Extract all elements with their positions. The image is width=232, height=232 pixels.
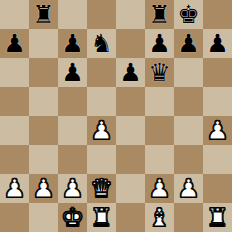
square-e7[interactable] bbox=[116, 29, 145, 58]
white-pawn[interactable]: ♟ bbox=[90, 116, 112, 145]
square-e5[interactable] bbox=[116, 87, 145, 116]
square-e8[interactable] bbox=[116, 0, 145, 29]
square-h1[interactable]: ♜ bbox=[203, 203, 232, 232]
square-d3[interactable] bbox=[87, 145, 116, 174]
square-g2[interactable]: ♟ bbox=[174, 174, 203, 203]
square-d5[interactable] bbox=[87, 87, 116, 116]
square-f3[interactable] bbox=[145, 145, 174, 174]
black-pawn[interactable]: ♟ bbox=[61, 29, 83, 58]
black-pawn[interactable]: ♟ bbox=[177, 29, 199, 58]
square-d4[interactable]: ♟ bbox=[87, 116, 116, 145]
square-c1[interactable]: ♚ bbox=[58, 203, 87, 232]
square-f4[interactable] bbox=[145, 116, 174, 145]
chess-board: ♜♜♚♟♟♞♟♟♟♟♟♛♟♟♟♟♟♛♟♟♚♜♝♜ bbox=[0, 0, 232, 232]
square-g1[interactable] bbox=[174, 203, 203, 232]
white-pawn[interactable]: ♟ bbox=[61, 174, 83, 203]
square-g5[interactable] bbox=[174, 87, 203, 116]
black-rook[interactable]: ♜ bbox=[32, 0, 54, 29]
square-b8[interactable]: ♜ bbox=[29, 0, 58, 29]
square-h3[interactable] bbox=[203, 145, 232, 174]
square-c6[interactable]: ♟ bbox=[58, 58, 87, 87]
square-g7[interactable]: ♟ bbox=[174, 29, 203, 58]
square-h2[interactable] bbox=[203, 174, 232, 203]
square-e6[interactable]: ♟ bbox=[116, 58, 145, 87]
square-a3[interactable] bbox=[0, 145, 29, 174]
white-rook[interactable]: ♜ bbox=[206, 203, 228, 232]
square-h8[interactable] bbox=[203, 0, 232, 29]
white-bishop[interactable]: ♝ bbox=[148, 203, 170, 232]
square-b5[interactable] bbox=[29, 87, 58, 116]
black-knight[interactable]: ♞ bbox=[90, 29, 112, 58]
square-f1[interactable]: ♝ bbox=[145, 203, 174, 232]
white-pawn[interactable]: ♟ bbox=[148, 174, 170, 203]
square-g3[interactable] bbox=[174, 145, 203, 174]
black-king[interactable]: ♚ bbox=[177, 0, 199, 29]
square-c5[interactable] bbox=[58, 87, 87, 116]
black-pawn[interactable]: ♟ bbox=[3, 29, 25, 58]
square-b1[interactable] bbox=[29, 203, 58, 232]
square-e3[interactable] bbox=[116, 145, 145, 174]
square-d8[interactable] bbox=[87, 0, 116, 29]
square-f8[interactable]: ♜ bbox=[145, 0, 174, 29]
square-e2[interactable] bbox=[116, 174, 145, 203]
square-g8[interactable]: ♚ bbox=[174, 0, 203, 29]
black-pawn[interactable]: ♟ bbox=[61, 58, 83, 87]
square-b6[interactable] bbox=[29, 58, 58, 87]
white-pawn[interactable]: ♟ bbox=[3, 174, 25, 203]
square-h6[interactable] bbox=[203, 58, 232, 87]
square-d7[interactable]: ♞ bbox=[87, 29, 116, 58]
square-b4[interactable] bbox=[29, 116, 58, 145]
square-d6[interactable] bbox=[87, 58, 116, 87]
square-a4[interactable] bbox=[0, 116, 29, 145]
white-king[interactable]: ♚ bbox=[61, 203, 83, 232]
square-c8[interactable] bbox=[58, 0, 87, 29]
square-h4[interactable]: ♟ bbox=[203, 116, 232, 145]
black-pawn[interactable]: ♟ bbox=[148, 29, 170, 58]
square-e4[interactable] bbox=[116, 116, 145, 145]
square-a2[interactable]: ♟ bbox=[0, 174, 29, 203]
square-c2[interactable]: ♟ bbox=[58, 174, 87, 203]
square-b7[interactable] bbox=[29, 29, 58, 58]
white-pawn[interactable]: ♟ bbox=[206, 116, 228, 145]
square-g4[interactable] bbox=[174, 116, 203, 145]
square-f6[interactable]: ♛ bbox=[145, 58, 174, 87]
square-a6[interactable] bbox=[0, 58, 29, 87]
square-e1[interactable] bbox=[116, 203, 145, 232]
square-f7[interactable]: ♟ bbox=[145, 29, 174, 58]
square-c4[interactable] bbox=[58, 116, 87, 145]
square-f5[interactable] bbox=[145, 87, 174, 116]
square-c7[interactable]: ♟ bbox=[58, 29, 87, 58]
square-a7[interactable]: ♟ bbox=[0, 29, 29, 58]
square-a8[interactable] bbox=[0, 0, 29, 29]
square-g6[interactable] bbox=[174, 58, 203, 87]
white-rook[interactable]: ♜ bbox=[90, 203, 112, 232]
black-queen[interactable]: ♛ bbox=[148, 58, 170, 87]
square-c3[interactable] bbox=[58, 145, 87, 174]
white-pawn[interactable]: ♟ bbox=[32, 174, 54, 203]
square-a1[interactable] bbox=[0, 203, 29, 232]
square-a5[interactable] bbox=[0, 87, 29, 116]
black-pawn[interactable]: ♟ bbox=[119, 58, 141, 87]
square-h5[interactable] bbox=[203, 87, 232, 116]
square-h7[interactable]: ♟ bbox=[203, 29, 232, 58]
black-pawn[interactable]: ♟ bbox=[206, 29, 228, 58]
square-b2[interactable]: ♟ bbox=[29, 174, 58, 203]
white-queen[interactable]: ♛ bbox=[90, 174, 112, 203]
square-d2[interactable]: ♛ bbox=[87, 174, 116, 203]
square-d1[interactable]: ♜ bbox=[87, 203, 116, 232]
square-b3[interactable] bbox=[29, 145, 58, 174]
square-f2[interactable]: ♟ bbox=[145, 174, 174, 203]
white-pawn[interactable]: ♟ bbox=[177, 174, 199, 203]
black-rook[interactable]: ♜ bbox=[148, 0, 170, 29]
